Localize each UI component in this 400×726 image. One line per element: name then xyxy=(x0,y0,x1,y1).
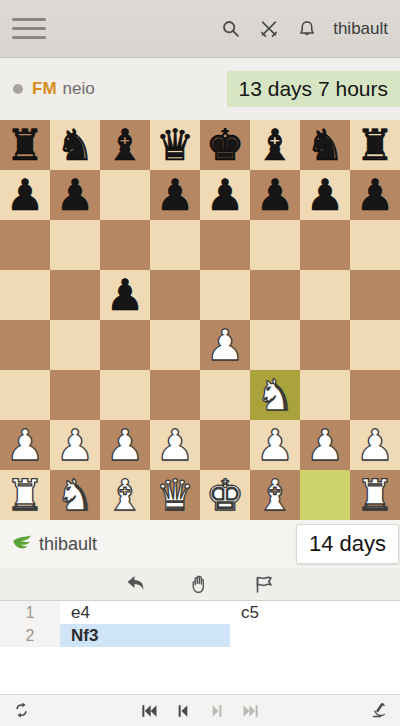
square-h7[interactable]: ♟ xyxy=(350,170,400,220)
square-h6[interactable] xyxy=(350,220,400,270)
move-black-san[interactable]: c5 xyxy=(230,601,400,624)
white-n-piece[interactable]: ♞ xyxy=(250,370,300,420)
black-p-piece[interactable]: ♟ xyxy=(300,170,350,220)
square-g1[interactable] xyxy=(300,470,350,520)
square-g3[interactable] xyxy=(300,370,350,420)
black-p-piece[interactable]: ♟ xyxy=(150,170,200,220)
white-p-piece[interactable]: ♟ xyxy=(200,320,250,370)
nav-next-icon[interactable] xyxy=(206,700,228,722)
opponent-strip: FM neio 13 days 7 hours xyxy=(0,58,400,120)
square-a4[interactable] xyxy=(0,320,50,370)
challenges-crossed-swords-icon[interactable] xyxy=(257,17,281,41)
square-b7[interactable]: ♟ xyxy=(50,170,100,220)
white-b-piece[interactable]: ♝ xyxy=(250,470,300,520)
move-row: 1e4c5 xyxy=(0,601,400,624)
square-c3[interactable] xyxy=(100,370,150,420)
black-n-piece[interactable]: ♞ xyxy=(50,120,100,170)
move-white-san[interactable]: Nf3 xyxy=(60,624,230,647)
move-list: 1e4c52Nf3 xyxy=(0,600,400,647)
black-k-piece[interactable]: ♚ xyxy=(200,120,250,170)
square-c6[interactable] xyxy=(100,220,150,270)
white-p-piece[interactable]: ♟ xyxy=(300,420,350,470)
white-p-piece[interactable]: ♟ xyxy=(50,420,100,470)
square-g8[interactable]: ♞ xyxy=(300,120,350,170)
square-a3[interactable] xyxy=(0,370,50,420)
game-actions-row xyxy=(0,568,400,600)
white-p-piece[interactable]: ♟ xyxy=(150,420,200,470)
notifications-bell-icon[interactable] xyxy=(295,17,319,41)
black-q-piece[interactable]: ♛ xyxy=(150,120,200,170)
menu-icon[interactable] xyxy=(12,18,46,39)
move-number: 1 xyxy=(0,601,60,624)
square-d4[interactable] xyxy=(150,320,200,370)
analysis-microscope-icon[interactable] xyxy=(368,700,390,722)
app-window: thibault FM neio 13 days 7 hours ♜♞♝♛♚♝♞… xyxy=(0,0,400,726)
black-p-piece[interactable]: ♟ xyxy=(100,270,150,320)
square-f7[interactable]: ♟ xyxy=(250,170,300,220)
square-d8[interactable]: ♛ xyxy=(150,120,200,170)
square-a2[interactable]: ♟ xyxy=(0,420,50,470)
patron-wing-icon xyxy=(12,534,32,554)
square-d2[interactable]: ♟ xyxy=(150,420,200,470)
chess-board[interactable]: ♜♞♝♛♚♝♞♜♟♟♟♟♟♟♟♟♟♞♟♟♟♟♟♟♟♜♞♝♛♚♝♜ xyxy=(0,120,400,520)
nav-first-icon[interactable] xyxy=(138,700,160,722)
black-r-piece[interactable]: ♜ xyxy=(350,120,400,170)
square-c2[interactable]: ♟ xyxy=(100,420,150,470)
square-f1[interactable]: ♝ xyxy=(250,470,300,520)
square-b1[interactable]: ♞ xyxy=(50,470,100,520)
move-black-san[interactable] xyxy=(230,624,400,647)
square-e1[interactable]: ♚ xyxy=(200,470,250,520)
white-k-piece[interactable]: ♚ xyxy=(200,470,250,520)
square-f2[interactable]: ♟ xyxy=(250,420,300,470)
player-name[interactable]: thibault xyxy=(39,534,97,555)
square-c4[interactable] xyxy=(100,320,150,370)
square-b3[interactable] xyxy=(50,370,100,420)
square-c8[interactable]: ♝ xyxy=(100,120,150,170)
square-a6[interactable] xyxy=(0,220,50,270)
search-icon[interactable] xyxy=(219,17,243,41)
player-strip: thibault 14 days xyxy=(0,520,400,568)
square-d1[interactable]: ♛ xyxy=(150,470,200,520)
square-f4[interactable] xyxy=(250,320,300,370)
takeback-button[interactable] xyxy=(123,571,149,597)
square-h8[interactable]: ♜ xyxy=(350,120,400,170)
square-f3[interactable]: ♞ xyxy=(250,370,300,420)
player-clock: 14 days xyxy=(296,524,399,564)
square-e5[interactable] xyxy=(200,270,250,320)
white-r-piece[interactable]: ♜ xyxy=(350,470,400,520)
move-white-san[interactable]: e4 xyxy=(60,601,230,624)
square-f6[interactable] xyxy=(250,220,300,270)
white-q-piece[interactable]: ♛ xyxy=(150,470,200,520)
square-h5[interactable] xyxy=(350,270,400,320)
square-e8[interactable]: ♚ xyxy=(200,120,250,170)
player-title: FM xyxy=(32,79,57,99)
square-b2[interactable]: ♟ xyxy=(50,420,100,470)
white-p-piece[interactable]: ♟ xyxy=(100,420,150,470)
square-a8[interactable]: ♜ xyxy=(0,120,50,170)
logged-in-username[interactable]: thibault xyxy=(333,19,388,39)
move-navigation xyxy=(138,700,262,722)
square-e4[interactable]: ♟ xyxy=(200,320,250,370)
square-f5[interactable] xyxy=(250,270,300,320)
black-b-piece[interactable]: ♝ xyxy=(100,120,150,170)
black-p-piece[interactable]: ♟ xyxy=(250,170,300,220)
square-f8[interactable]: ♝ xyxy=(250,120,300,170)
opponent-clock: 13 days 7 hours xyxy=(227,71,400,107)
square-b8[interactable]: ♞ xyxy=(50,120,100,170)
square-a7[interactable]: ♟ xyxy=(0,170,50,220)
offer-draw-hand-icon[interactable] xyxy=(187,571,213,597)
white-r-piece[interactable]: ♜ xyxy=(0,470,50,520)
flip-board-icon[interactable] xyxy=(10,700,32,722)
black-p-piece[interactable]: ♟ xyxy=(200,170,250,220)
black-p-piece[interactable]: ♟ xyxy=(50,170,100,220)
move-number: 2 xyxy=(0,624,60,647)
square-c7[interactable] xyxy=(100,170,150,220)
square-e2[interactable] xyxy=(200,420,250,470)
white-n-piece[interactable]: ♞ xyxy=(50,470,100,520)
square-g6[interactable] xyxy=(300,220,350,270)
black-p-piece[interactable]: ♟ xyxy=(350,170,400,220)
square-h1[interactable]: ♜ xyxy=(350,470,400,520)
square-a5[interactable] xyxy=(0,270,50,320)
online-status-dot xyxy=(13,84,23,94)
square-e3[interactable] xyxy=(200,370,250,420)
square-h4[interactable] xyxy=(350,320,400,370)
white-b-piece[interactable]: ♝ xyxy=(100,470,150,520)
move-row: 2Nf3 xyxy=(0,624,400,647)
square-b4[interactable] xyxy=(50,320,100,370)
square-h2[interactable]: ♟ xyxy=(350,420,400,470)
black-r-piece[interactable]: ♜ xyxy=(0,120,50,170)
square-c1[interactable]: ♝ xyxy=(100,470,150,520)
black-p-piece[interactable]: ♟ xyxy=(0,170,50,220)
white-p-piece[interactable]: ♟ xyxy=(0,420,50,470)
bottom-toolbar xyxy=(0,694,400,726)
nav-previous-icon[interactable] xyxy=(172,700,194,722)
square-e6[interactable] xyxy=(200,220,250,270)
black-b-piece[interactable]: ♝ xyxy=(250,120,300,170)
square-g4[interactable] xyxy=(300,320,350,370)
square-d7[interactable]: ♟ xyxy=(150,170,200,220)
white-p-piece[interactable]: ♟ xyxy=(350,420,400,470)
square-a1[interactable]: ♜ xyxy=(0,470,50,520)
square-h3[interactable] xyxy=(350,370,400,420)
resign-flag-icon[interactable] xyxy=(251,571,277,597)
black-n-piece[interactable]: ♞ xyxy=(300,120,350,170)
app-bar: thibault xyxy=(0,0,400,58)
square-b5[interactable] xyxy=(50,270,100,320)
square-g2[interactable]: ♟ xyxy=(300,420,350,470)
white-p-piece[interactable]: ♟ xyxy=(250,420,300,470)
square-g5[interactable] xyxy=(300,270,350,320)
square-d5[interactable] xyxy=(150,270,200,320)
opponent-name[interactable]: neio xyxy=(63,79,95,99)
square-b6[interactable] xyxy=(50,220,100,270)
square-e7[interactable]: ♟ xyxy=(200,170,250,220)
square-d6[interactable] xyxy=(150,220,200,270)
square-d3[interactable] xyxy=(150,370,200,420)
square-c5[interactable]: ♟ xyxy=(100,270,150,320)
nav-last-icon[interactable] xyxy=(240,700,262,722)
square-g7[interactable]: ♟ xyxy=(300,170,350,220)
